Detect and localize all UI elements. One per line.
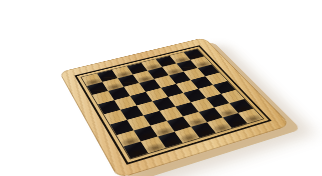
- white-pawn-icon: ♟: [77, 65, 120, 93]
- chess-board: ♜♞♝♛♚♝♞♜♟♟♟♟♟♟♟♟♟♟♟♟♟♟♟♟♜♞♝♛♚♝♞♜: [82, 49, 263, 158]
- chess-photo-scene: ♜♞♝♛♚♝♞♜♟♟♟♟♟♟♟♟♟♟♟♟♟♟♟♟♜♞♝♛♚♝♞♜: [0, 0, 322, 176]
- black-rook-icon: ♜: [113, 119, 163, 155]
- chess-board-frame: ♜♞♝♛♚♝♞♜♟♟♟♟♟♟♟♟♟♟♟♟♟♟♟♟♜♞♝♛♚♝♞♜: [59, 37, 291, 176]
- square[interactable]: ♜: [123, 141, 148, 158]
- square[interactable]: [92, 91, 114, 105]
- board-playing-field: ♜♞♝♛♚♝♞♜♟♟♟♟♟♟♟♟♟♟♟♟♟♟♟♟♜♞♝♛♚♝♞♜: [74, 45, 271, 164]
